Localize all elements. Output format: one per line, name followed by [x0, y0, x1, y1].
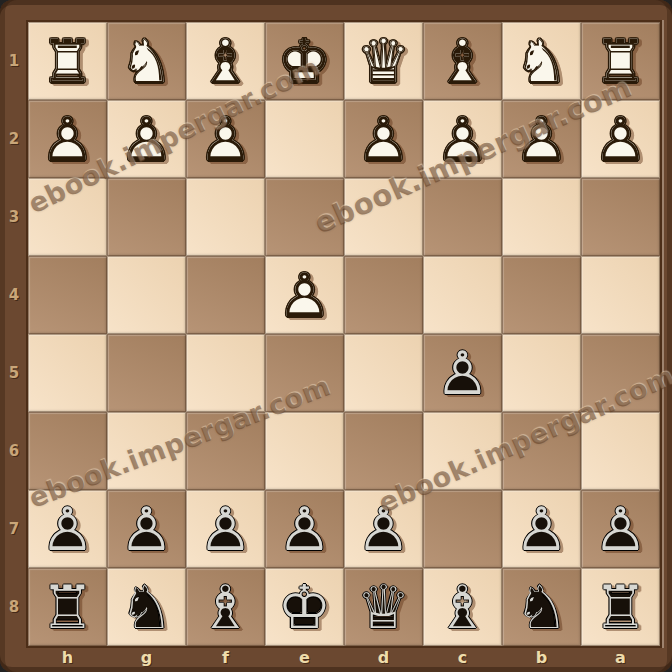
black-king[interactable]: ♚♔ [265, 568, 344, 646]
white-pawn[interactable]: ♟♙ [28, 100, 107, 178]
square-h3[interactable] [28, 178, 107, 256]
white-bishop[interactable]: ♝♗ [186, 22, 265, 100]
piece-detail-glyph: ♙ [502, 100, 581, 178]
file-label-c: c [423, 646, 502, 672]
square-f4[interactable] [186, 256, 265, 334]
square-c5[interactable]: ♟♙ [423, 334, 502, 412]
black-pawn[interactable]: ♟♙ [107, 490, 186, 568]
square-a4[interactable] [581, 256, 660, 334]
file-label-d: d [344, 646, 423, 672]
square-f3[interactable] [186, 178, 265, 256]
piece-detail-glyph: ♔ [265, 568, 344, 646]
square-b6[interactable] [502, 412, 581, 490]
square-h5[interactable] [28, 334, 107, 412]
white-pawn[interactable]: ♟♙ [502, 100, 581, 178]
file-label-b: b [502, 646, 581, 672]
black-queen[interactable]: ♛♕ [344, 568, 423, 646]
square-d4[interactable] [344, 256, 423, 334]
piece-detail-glyph: ♘ [107, 568, 186, 646]
piece-detail-glyph: ♘ [502, 568, 581, 646]
white-pawn[interactable]: ♟♙ [581, 100, 660, 178]
square-e4[interactable]: ♟♙ [265, 256, 344, 334]
square-g8[interactable]: ♞♘ [107, 568, 186, 646]
square-h1[interactable]: ♜♖ [28, 22, 107, 100]
square-c7[interactable] [423, 490, 502, 568]
square-g6[interactable] [107, 412, 186, 490]
black-rook[interactable]: ♜♖ [28, 568, 107, 646]
square-c2[interactable]: ♟♙ [423, 100, 502, 178]
white-pawn[interactable]: ♟♙ [265, 256, 344, 334]
square-h7[interactable]: ♟♙ [28, 490, 107, 568]
file-label-g: g [107, 646, 186, 672]
piece-detail-glyph: ♘ [107, 22, 186, 100]
white-pawn[interactable]: ♟♙ [423, 100, 502, 178]
piece-detail-glyph: ♗ [186, 22, 265, 100]
piece-detail-glyph: ♙ [344, 100, 423, 178]
file-label-h: h [28, 646, 107, 672]
piece-detail-glyph: ♙ [265, 256, 344, 334]
square-c6[interactable] [423, 412, 502, 490]
piece-detail-glyph: ♙ [107, 100, 186, 178]
square-b8[interactable]: ♞♘ [502, 568, 581, 646]
square-a1[interactable]: ♜♖ [581, 22, 660, 100]
rank-label-1: 1 [0, 22, 28, 100]
white-pawn[interactable]: ♟♙ [107, 100, 186, 178]
square-b1[interactable]: ♞♘ [502, 22, 581, 100]
file-label-a: a [581, 646, 660, 672]
black-pawn[interactable]: ♟♙ [502, 490, 581, 568]
file-label-f: f [186, 646, 265, 672]
square-a3[interactable] [581, 178, 660, 256]
rank-label-4: 4 [0, 256, 28, 334]
white-king[interactable]: ♚♔ [265, 22, 344, 100]
square-h2[interactable]: ♟♙ [28, 100, 107, 178]
square-a2[interactable]: ♟♙ [581, 100, 660, 178]
piece-detail-glyph: ♙ [28, 100, 107, 178]
square-g5[interactable] [107, 334, 186, 412]
square-e3[interactable] [265, 178, 344, 256]
square-h4[interactable] [28, 256, 107, 334]
black-bishop[interactable]: ♝♗ [186, 568, 265, 646]
black-pawn[interactable]: ♟♙ [344, 490, 423, 568]
piece-detail-glyph: ♗ [423, 568, 502, 646]
board-frame: ♜♖♞♘♝♗♚♔♛♕♝♗♞♘♜♖♟♙♟♙♟♙♟♙♟♙♟♙♟♙♟♙♟♙♟♙♟♙♟♙… [0, 0, 672, 672]
square-d2[interactable]: ♟♙ [344, 100, 423, 178]
square-f2[interactable]: ♟♙ [186, 100, 265, 178]
piece-detail-glyph: ♙ [186, 100, 265, 178]
piece-detail-glyph: ♖ [28, 22, 107, 100]
piece-detail-glyph: ♔ [265, 22, 344, 100]
white-bishop[interactable]: ♝♗ [423, 22, 502, 100]
square-f1[interactable]: ♝♗ [186, 22, 265, 100]
black-bishop[interactable]: ♝♗ [423, 568, 502, 646]
square-d1[interactable]: ♛♕ [344, 22, 423, 100]
square-c4[interactable] [423, 256, 502, 334]
white-rook[interactable]: ♜♖ [581, 22, 660, 100]
square-e1[interactable]: ♚♔ [265, 22, 344, 100]
square-g1[interactable]: ♞♘ [107, 22, 186, 100]
square-c3[interactable] [423, 178, 502, 256]
rank-label-5: 5 [0, 334, 28, 412]
square-e7[interactable]: ♟♙ [265, 490, 344, 568]
square-c8[interactable]: ♝♗ [423, 568, 502, 646]
white-pawn[interactable]: ♟♙ [344, 100, 423, 178]
piece-detail-glyph: ♙ [423, 100, 502, 178]
piece-detail-glyph: ♙ [344, 490, 423, 568]
black-pawn[interactable]: ♟♙ [265, 490, 344, 568]
piece-detail-glyph: ♗ [186, 568, 265, 646]
piece-detail-glyph: ♖ [581, 568, 660, 646]
chess-board: ♜♖♞♘♝♗♚♔♛♕♝♗♞♘♜♖♟♙♟♙♟♙♟♙♟♙♟♙♟♙♟♙♟♙♟♙♟♙♟♙… [28, 22, 660, 646]
piece-detail-glyph: ♕ [344, 568, 423, 646]
square-d3[interactable] [344, 178, 423, 256]
black-pawn[interactable]: ♟♙ [581, 490, 660, 568]
square-d5[interactable] [344, 334, 423, 412]
square-b2[interactable]: ♟♙ [502, 100, 581, 178]
piece-detail-glyph: ♙ [107, 490, 186, 568]
square-h8[interactable]: ♜♖ [28, 568, 107, 646]
square-f8[interactable]: ♝♗ [186, 568, 265, 646]
rank-label-8: 8 [0, 568, 28, 646]
piece-detail-glyph: ♖ [581, 22, 660, 100]
square-b4[interactable] [502, 256, 581, 334]
square-e2[interactable] [265, 100, 344, 178]
rank-label-6: 6 [0, 412, 28, 490]
piece-detail-glyph: ♙ [265, 490, 344, 568]
piece-detail-glyph: ♘ [502, 22, 581, 100]
piece-detail-glyph: ♙ [423, 334, 502, 412]
black-knight[interactable]: ♞♘ [107, 568, 186, 646]
white-queen[interactable]: ♛♕ [344, 22, 423, 100]
square-e6[interactable] [265, 412, 344, 490]
piece-detail-glyph: ♙ [581, 100, 660, 178]
square-d6[interactable] [344, 412, 423, 490]
square-e8[interactable]: ♚♔ [265, 568, 344, 646]
square-g2[interactable]: ♟♙ [107, 100, 186, 178]
black-rook[interactable]: ♜♖ [581, 568, 660, 646]
file-label-e: e [265, 646, 344, 672]
square-a6[interactable] [581, 412, 660, 490]
square-b5[interactable] [502, 334, 581, 412]
piece-detail-glyph: ♗ [423, 22, 502, 100]
square-f5[interactable] [186, 334, 265, 412]
rank-label-7: 7 [0, 490, 28, 568]
square-g3[interactable] [107, 178, 186, 256]
white-pawn[interactable]: ♟♙ [186, 100, 265, 178]
square-e5[interactable] [265, 334, 344, 412]
square-d8[interactable]: ♛♕ [344, 568, 423, 646]
black-pawn[interactable]: ♟♙ [423, 334, 502, 412]
square-f7[interactable]: ♟♙ [186, 490, 265, 568]
square-b3[interactable] [502, 178, 581, 256]
square-a7[interactable]: ♟♙ [581, 490, 660, 568]
piece-detail-glyph: ♖ [28, 568, 107, 646]
white-rook[interactable]: ♜♖ [28, 22, 107, 100]
square-g4[interactable] [107, 256, 186, 334]
square-a8[interactable]: ♜♖ [581, 568, 660, 646]
piece-detail-glyph: ♙ [502, 490, 581, 568]
black-pawn[interactable]: ♟♙ [186, 490, 265, 568]
square-d7[interactable]: ♟♙ [344, 490, 423, 568]
piece-detail-glyph: ♕ [344, 22, 423, 100]
square-f6[interactable] [186, 412, 265, 490]
rank-label-3: 3 [0, 178, 28, 256]
square-c1[interactable]: ♝♗ [423, 22, 502, 100]
square-a5[interactable] [581, 334, 660, 412]
square-g7[interactable]: ♟♙ [107, 490, 186, 568]
piece-detail-glyph: ♙ [581, 490, 660, 568]
square-b7[interactable]: ♟♙ [502, 490, 581, 568]
rank-label-2: 2 [0, 100, 28, 178]
white-knight[interactable]: ♞♘ [502, 22, 581, 100]
square-h6[interactable] [28, 412, 107, 490]
white-knight[interactable]: ♞♘ [107, 22, 186, 100]
piece-detail-glyph: ♙ [186, 490, 265, 568]
black-pawn[interactable]: ♟♙ [28, 490, 107, 568]
piece-detail-glyph: ♙ [28, 490, 107, 568]
black-knight[interactable]: ♞♘ [502, 568, 581, 646]
